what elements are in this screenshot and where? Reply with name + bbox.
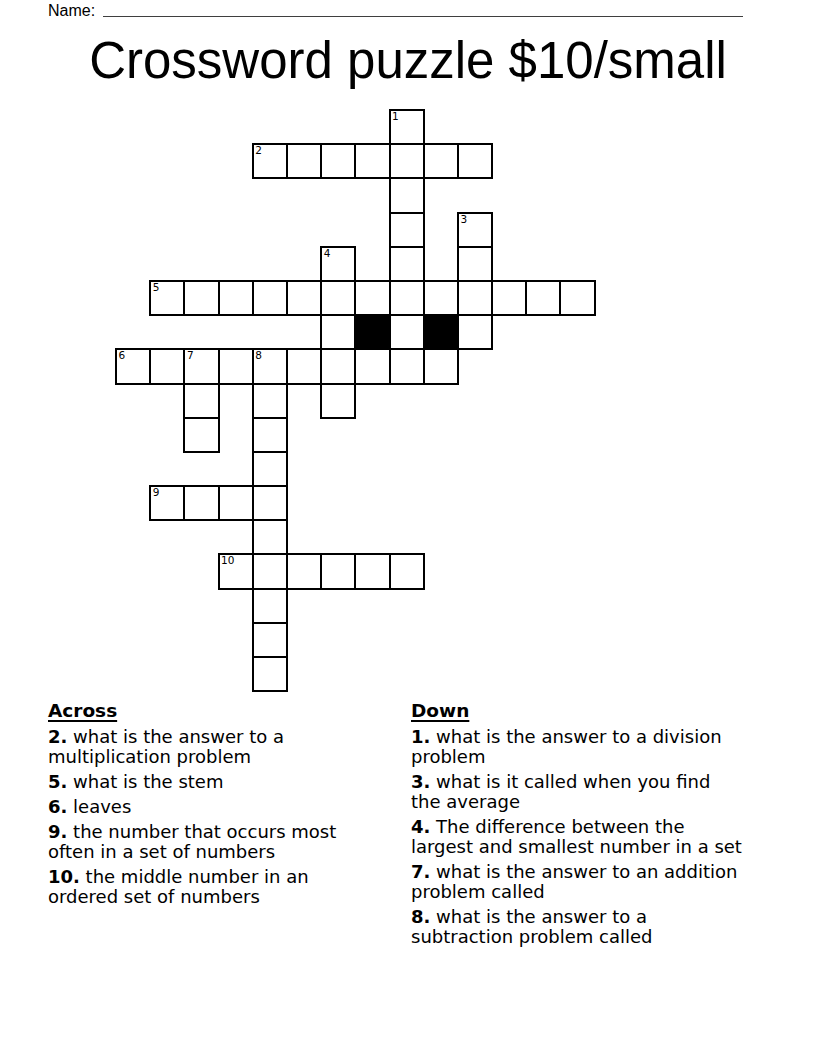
cell-r13-c6[interactable] [320, 553, 356, 589]
clue-number: 10. [48, 866, 80, 887]
cell-r1-c10[interactable] [457, 143, 493, 179]
cell-r1-c6[interactable] [320, 143, 356, 179]
cell-r9-c2[interactable] [183, 417, 219, 453]
clue-number: 8. [411, 906, 430, 927]
cell-r7-c9[interactable] [423, 348, 459, 384]
clue-text: leaves [67, 796, 131, 817]
cell-r6-c10[interactable] [457, 314, 493, 350]
across-clue-9: 9. the number that occurs most often in … [48, 822, 384, 862]
black-cell-r6-c9 [423, 314, 459, 350]
cell-r7-c4[interactable]: 8 [252, 348, 288, 384]
page-title: Crossword puzzle $10/small [0, 33, 816, 89]
black-cell-r6-c7 [354, 314, 390, 350]
cell-r5-c6[interactable] [320, 280, 356, 316]
cell-r5-c11[interactable] [491, 280, 527, 316]
down-clue-7: 7. what is the answer to an addition pro… [411, 862, 742, 902]
cell-r7-c5[interactable] [286, 348, 322, 384]
across-clue-list: 2. what is the answer to a multiplicatio… [48, 727, 384, 907]
clue-text: what is the answer to a division problem [411, 726, 722, 767]
cell-r1-c8[interactable] [389, 143, 425, 179]
clue-number: 1. [411, 726, 430, 747]
cell-number-10: 10 [221, 555, 234, 566]
cell-r5-c2[interactable] [183, 280, 219, 316]
cell-r13-c7[interactable] [354, 553, 390, 589]
cell-r1-c5[interactable] [286, 143, 322, 179]
clue-number: 7. [411, 861, 430, 882]
clue-text: what is the answer to a subtraction prob… [411, 906, 652, 947]
cell-r14-c4[interactable] [252, 588, 288, 624]
down-clue-3: 3. what is it called when you find the a… [411, 772, 742, 812]
cell-r7-c6[interactable] [320, 348, 356, 384]
cell-number-7: 7 [187, 350, 194, 361]
cell-r8-c2[interactable] [183, 383, 219, 419]
cell-r13-c4[interactable] [252, 553, 288, 589]
cell-r3-c10[interactable]: 3 [457, 212, 493, 248]
cell-r13-c5[interactable] [286, 553, 322, 589]
cell-r5-c7[interactable] [354, 280, 390, 316]
cell-r16-c4[interactable] [252, 656, 288, 692]
clue-text: the middle number in an ordered set of n… [48, 866, 309, 907]
down-clue-list: 1. what is the answer to a division prob… [411, 727, 742, 947]
cell-r10-c4[interactable] [252, 451, 288, 487]
cell-r8-c6[interactable] [320, 383, 356, 419]
cell-r1-c4[interactable]: 2 [252, 143, 288, 179]
cell-r5-c12[interactable] [525, 280, 561, 316]
cell-r11-c2[interactable] [183, 485, 219, 521]
across-heading: Across [48, 700, 384, 721]
cell-r9-c4[interactable] [252, 417, 288, 453]
cell-number-8: 8 [255, 350, 262, 361]
clue-number: 5. [48, 771, 67, 792]
cell-r4-c6[interactable]: 4 [320, 246, 356, 282]
clue-number: 3. [411, 771, 430, 792]
clue-text: what is the answer to an addition proble… [411, 861, 737, 902]
cell-r4-c8[interactable] [389, 246, 425, 282]
name-blank-line[interactable] [103, 1, 743, 17]
clue-number: 6. [48, 796, 67, 817]
cell-number-2: 2 [255, 145, 262, 156]
clue-number: 4. [411, 816, 430, 837]
cell-number-6: 6 [119, 350, 126, 361]
clue-text: what is the answer to a multiplication p… [48, 726, 284, 767]
cell-r5-c8[interactable] [389, 280, 425, 316]
cell-r5-c5[interactable] [286, 280, 322, 316]
cell-r5-c4[interactable] [252, 280, 288, 316]
cell-r7-c3[interactable] [218, 348, 254, 384]
cell-r7-c8[interactable] [389, 348, 425, 384]
name-label: Name: [48, 2, 95, 20]
cell-r4-c10[interactable] [457, 246, 493, 282]
cell-r11-c3[interactable] [218, 485, 254, 521]
cell-number-4: 4 [324, 248, 331, 259]
cell-r5-c9[interactable] [423, 280, 459, 316]
cell-number-3: 3 [460, 214, 467, 225]
cell-r5-c10[interactable] [457, 280, 493, 316]
cell-r13-c3[interactable]: 10 [218, 553, 254, 589]
worksheet-page: Name: Crossword puzzle $10/small 1234567… [0, 0, 816, 1056]
down-clue-1: 1. what is the answer to a division prob… [411, 727, 742, 767]
cell-r6-c6[interactable] [320, 314, 356, 350]
clue-number: 9. [48, 821, 67, 842]
cell-r11-c4[interactable] [252, 485, 288, 521]
cell-r1-c7[interactable] [354, 143, 390, 179]
crossword-grid: 12345678910 [116, 110, 595, 691]
cell-r7-c1[interactable] [149, 348, 185, 384]
cell-r15-c4[interactable] [252, 622, 288, 658]
clue-text: what is it called when you find the aver… [411, 771, 710, 812]
cell-r1-c9[interactable] [423, 143, 459, 179]
clue-text: the number that occurs most often in a s… [48, 821, 336, 862]
cell-r3-c8[interactable] [389, 212, 425, 248]
cell-r7-c2[interactable]: 7 [183, 348, 219, 384]
cell-r5-c3[interactable] [218, 280, 254, 316]
across-clue-10: 10. the middle number in an ordered set … [48, 867, 384, 907]
clue-text: The difference between the largest and s… [411, 816, 742, 857]
cell-r8-c4[interactable] [252, 383, 288, 419]
across-clue-2: 2. what is the answer to a multiplicatio… [48, 727, 384, 767]
cell-r5-c1[interactable]: 5 [149, 280, 185, 316]
down-clues-section: Down 1. what is the answer to a division… [411, 700, 742, 952]
cell-r7-c0[interactable]: 6 [115, 348, 151, 384]
cell-r2-c8[interactable] [389, 177, 425, 213]
cell-number-5: 5 [153, 282, 160, 293]
cell-r5-c13[interactable] [559, 280, 595, 316]
across-clue-5: 5. what is the stem [48, 772, 384, 792]
cell-r12-c4[interactable] [252, 519, 288, 555]
cell-r0-c8[interactable]: 1 [389, 109, 425, 145]
cell-r11-c1[interactable]: 9 [149, 485, 185, 521]
cell-r7-c7[interactable] [354, 348, 390, 384]
down-clue-4: 4. The difference between the largest an… [411, 817, 742, 857]
across-clue-6: 6. leaves [48, 797, 384, 817]
cell-r6-c8[interactable] [389, 314, 425, 350]
cell-number-9: 9 [153, 487, 160, 498]
cell-number-1: 1 [392, 111, 399, 122]
clue-number: 2. [48, 726, 67, 747]
across-clues-section: Across 2. what is the answer to a multip… [48, 700, 384, 912]
down-clue-8: 8. what is the answer to a subtraction p… [411, 907, 742, 947]
down-heading: Down [411, 700, 742, 721]
clue-text: what is the stem [67, 771, 223, 792]
cell-r13-c8[interactable] [389, 553, 425, 589]
